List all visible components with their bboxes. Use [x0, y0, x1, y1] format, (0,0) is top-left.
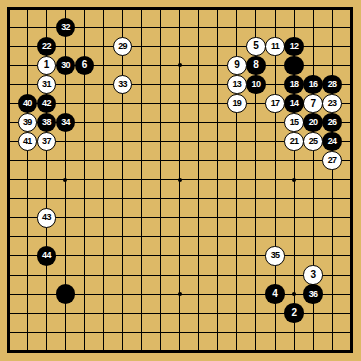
stone-white-move-35[interactable]: 35 — [265, 246, 284, 265]
move-number: 8 — [253, 60, 258, 70]
move-number: 39 — [23, 118, 32, 127]
stone-black-move-34[interactable]: 34 — [56, 113, 75, 132]
stone-white-move-21[interactable]: 21 — [284, 132, 303, 151]
stone-white-move-1[interactable]: 1 — [37, 56, 56, 75]
move-number: 31 — [42, 80, 51, 89]
stone-white-move-7[interactable]: 7 — [303, 94, 322, 113]
move-number: 18 — [290, 80, 299, 89]
move-number: 33 — [118, 80, 127, 89]
move-number: 4 — [272, 289, 277, 299]
stone-black-move-44[interactable]: 44 — [37, 246, 56, 265]
stone-black-move-20[interactable]: 20 — [303, 113, 322, 132]
stone-black-move-4[interactable]: 4 — [265, 284, 284, 303]
move-number: 2 — [291, 308, 296, 318]
stone-black-move-26[interactable]: 26 — [322, 113, 341, 132]
stone-white-move-5[interactable]: 5 — [246, 37, 265, 56]
move-number: 6 — [82, 60, 87, 70]
stone-black-move-12[interactable]: 12 — [284, 37, 303, 56]
stone-white-move-19[interactable]: 19 — [227, 94, 246, 113]
stone-black-move-16[interactable]: 16 — [303, 75, 322, 94]
stone-white-move-37[interactable]: 37 — [37, 132, 56, 151]
stone-black-move-18[interactable]: 18 — [284, 75, 303, 94]
move-number: 5 — [253, 41, 258, 51]
move-number: 12 — [290, 42, 299, 51]
move-number: 44 — [42, 251, 51, 260]
stone-black-move-24[interactable]: 24 — [322, 132, 341, 151]
stone-white-move-15[interactable]: 15 — [284, 113, 303, 132]
move-number: 42 — [42, 99, 51, 108]
stone-black-move-8[interactable]: 8 — [246, 56, 265, 75]
move-number: 34 — [61, 118, 70, 127]
move-number: 17 — [271, 99, 280, 108]
move-number: 25 — [309, 137, 318, 146]
move-number: 27 — [328, 156, 337, 165]
stone-white-move-39[interactable]: 39 — [18, 113, 37, 132]
move-number: 26 — [328, 118, 337, 127]
move-number: 30 — [61, 61, 70, 70]
stone-white-move-11[interactable]: 11 — [265, 37, 284, 56]
stone-white-move-29[interactable]: 29 — [113, 37, 132, 56]
move-number: 7 — [310, 99, 315, 109]
stone-black-move-14[interactable]: 14 — [284, 94, 303, 113]
move-number: 22 — [42, 42, 51, 51]
go-diagram: 1234567891011121314151617181920212223242… — [0, 0, 361, 361]
stone-white-move-13[interactable]: 13 — [227, 75, 246, 94]
stone-black-move-2[interactable]: 2 — [284, 303, 303, 322]
move-number: 37 — [42, 137, 51, 146]
move-number: 24 — [328, 137, 337, 146]
move-number: 41 — [23, 137, 32, 146]
move-number: 43 — [42, 213, 51, 222]
stone-black-move-38[interactable]: 38 — [37, 113, 56, 132]
stone-white-move-9[interactable]: 9 — [227, 56, 246, 75]
stone-white-move-27[interactable]: 27 — [322, 151, 341, 170]
stone-black-move-40[interactable]: 40 — [18, 94, 37, 113]
move-number: 1 — [44, 60, 49, 70]
move-number: 21 — [290, 137, 299, 146]
stone-black-move-6[interactable]: 6 — [75, 56, 94, 75]
stone-white-move-3[interactable]: 3 — [303, 265, 322, 284]
stone-black-move-36[interactable]: 36 — [303, 284, 322, 303]
stone-black-move-28[interactable]: 28 — [322, 75, 341, 94]
stone-white-move-23[interactable]: 23 — [322, 94, 341, 113]
move-number: 35 — [271, 251, 280, 260]
stone-white-move-31[interactable]: 31 — [37, 75, 56, 94]
move-number: 13 — [233, 80, 242, 89]
go-board[interactable]: 1234567891011121314151617181920212223242… — [0, 0, 361, 361]
stone-black-move-30[interactable]: 30 — [56, 56, 75, 75]
move-number: 40 — [23, 99, 32, 108]
move-number: 16 — [309, 80, 318, 89]
move-number: 23 — [328, 99, 337, 108]
stone-black-setup[interactable] — [56, 284, 75, 303]
stone-white-move-43[interactable]: 43 — [37, 208, 56, 227]
stone-white-move-25[interactable]: 25 — [303, 132, 322, 151]
stone-black-setup[interactable] — [284, 56, 303, 75]
stone-black-move-42[interactable]: 42 — [37, 94, 56, 113]
stone-white-move-17[interactable]: 17 — [265, 94, 284, 113]
move-number: 9 — [234, 60, 239, 70]
move-number: 32 — [61, 23, 70, 32]
stone-black-move-32[interactable]: 32 — [56, 18, 75, 37]
move-number: 36 — [309, 290, 318, 299]
stone-black-move-10[interactable]: 10 — [246, 75, 265, 94]
move-number: 28 — [328, 80, 337, 89]
move-number: 20 — [309, 118, 318, 127]
move-number: 10 — [252, 80, 261, 89]
move-number: 38 — [42, 118, 51, 127]
move-number: 14 — [290, 99, 299, 108]
stone-white-move-33[interactable]: 33 — [113, 75, 132, 94]
move-number: 29 — [118, 42, 127, 51]
move-number: 11 — [271, 42, 279, 51]
stone-white-move-41[interactable]: 41 — [18, 132, 37, 151]
move-number: 19 — [233, 99, 242, 108]
stone-black-move-22[interactable]: 22 — [37, 37, 56, 56]
move-number: 3 — [310, 270, 315, 280]
move-number: 15 — [290, 118, 299, 127]
